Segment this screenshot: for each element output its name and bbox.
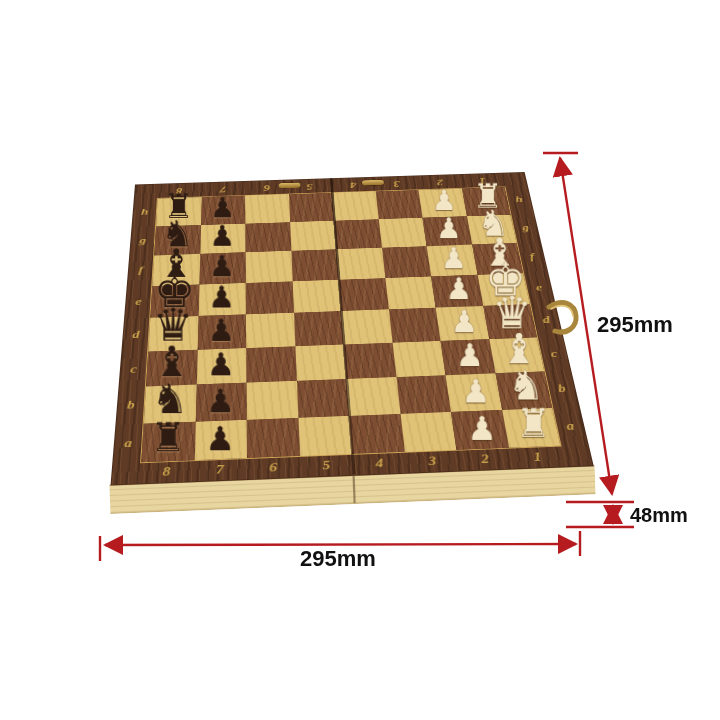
- square-a3: [400, 412, 456, 452]
- rank-label-2: 2: [457, 449, 513, 471]
- square-h6: [245, 194, 290, 223]
- square-h5: [289, 193, 335, 222]
- square-e3: [385, 276, 436, 309]
- square-a5: [298, 415, 352, 456]
- square-c2: ♟: [440, 339, 495, 375]
- square-a6: [247, 417, 300, 458]
- square-g3: [378, 217, 426, 247]
- rank-label-3: 3: [405, 451, 460, 473]
- rank-label-7: 7: [193, 459, 247, 481]
- file-label-b: b: [117, 387, 145, 425]
- white-pawn-g2: ♟: [436, 214, 462, 243]
- file-label-f: f: [128, 255, 154, 286]
- square-a7: ♟: [194, 419, 247, 460]
- black-pawn-a7: ♟: [206, 423, 236, 456]
- fold-seam-front: [353, 476, 356, 503]
- rank-label-5: 5: [288, 179, 332, 194]
- square-g4: [334, 219, 381, 249]
- black-pawn-b7: ♟: [207, 385, 236, 417]
- square-e7: ♟: [198, 283, 246, 316]
- rank-label-5: 5: [299, 455, 353, 477]
- square-e2: ♟: [431, 275, 483, 308]
- rank-label-6: 6: [246, 457, 300, 479]
- square-d7: ♟: [197, 314, 246, 349]
- white-pawn-c2: ♟: [456, 340, 484, 371]
- square-b7: ♟: [195, 383, 246, 422]
- dimension-bottom: [100, 531, 580, 561]
- square-c5: [295, 344, 346, 381]
- square-g6: [245, 222, 291, 252]
- file-label-a: a: [113, 424, 142, 464]
- square-e6: [246, 281, 294, 314]
- white-rook-a1: ♜: [516, 404, 551, 443]
- square-d4: [341, 309, 392, 344]
- file-label-e: e: [125, 286, 151, 319]
- square-e5: [292, 279, 341, 312]
- square-a8: ♜: [141, 421, 195, 462]
- black-rook-a8: ♜: [150, 418, 186, 458]
- black-pawn-d7: ♟: [208, 315, 236, 346]
- rank-label-7: 7: [201, 182, 245, 197]
- square-d5: [294, 311, 344, 346]
- rank-label-4: 4: [331, 177, 376, 192]
- square-c6: [246, 346, 296, 383]
- black-pawn-c7: ♟: [207, 349, 235, 381]
- square-b3: [396, 375, 451, 413]
- square-a1: ♜: [502, 408, 561, 448]
- file-label-c: c: [120, 352, 148, 388]
- black-pawn-g7: ♟: [210, 222, 236, 251]
- rank-label-8: 8: [157, 183, 201, 198]
- white-pawn-d2: ♟: [450, 306, 477, 337]
- square-b4: [346, 377, 400, 415]
- square-b6: [246, 381, 298, 420]
- square-f3: [381, 246, 431, 278]
- rank-label-4: 4: [352, 453, 407, 475]
- square-a4: [349, 414, 404, 454]
- dimension-thickness-label: 48mm: [630, 504, 688, 526]
- rank-label-6: 6: [244, 180, 288, 195]
- square-f6: [245, 251, 292, 283]
- square-e4: [339, 278, 389, 311]
- product-photo: 87654321 87654321 hgfedcba hgfedcba ♜♟♟♜…: [0, 0, 720, 720]
- square-c7: ♟: [196, 348, 246, 385]
- black-pawn-f7: ♟: [209, 252, 235, 281]
- square-h4: [332, 191, 378, 220]
- square-h3: [375, 190, 422, 219]
- chess-set-scene: 87654321 87654321 hgfedcba hgfedcba ♜♟♟♜…: [112, 173, 593, 485]
- square-c4: [344, 342, 396, 379]
- white-pawn-f2: ♟: [441, 244, 467, 273]
- square-a2: ♟: [451, 410, 509, 450]
- rank-label-1: 1: [509, 446, 566, 468]
- square-c3: [392, 341, 445, 377]
- square-f4: [336, 248, 385, 280]
- file-label-g: g: [130, 226, 155, 256]
- rank-label-3: 3: [374, 176, 419, 191]
- square-d2: ♟: [436, 306, 489, 341]
- file-label-h: h: [133, 198, 157, 227]
- black-knight-b8: ♞: [151, 378, 188, 419]
- square-f7: ♟: [199, 252, 246, 284]
- black-pawn-h7: ♟: [210, 194, 235, 222]
- white-pawn-a2: ♟: [467, 413, 497, 446]
- dimension-thickness: [566, 502, 634, 527]
- square-b5: [296, 379, 349, 418]
- square-f5: [291, 249, 339, 281]
- white-knight-b1: ♞: [508, 365, 544, 406]
- white-pawn-h2: ♟: [432, 186, 457, 214]
- square-d3: [388, 308, 440, 343]
- square-g5: [290, 220, 337, 250]
- rank-label-8: 8: [139, 461, 193, 484]
- square-b2: ♟: [446, 373, 502, 411]
- chess-board: 87654321 87654321 hgfedcba hgfedcba ♜♟♟♜…: [112, 173, 593, 485]
- square-d6: [246, 313, 295, 348]
- white-pawn-b2: ♟: [461, 375, 490, 407]
- dimension-right-label: 295mm: [597, 312, 673, 337]
- dimension-bottom-label: 295mm: [300, 546, 376, 571]
- rank-label-2: 2: [417, 175, 462, 190]
- black-pawn-e7: ♟: [209, 282, 236, 312]
- file-label-d: d: [122, 318, 149, 353]
- rank-label-1: 1: [460, 173, 506, 188]
- white-pawn-e2: ♟: [445, 274, 472, 304]
